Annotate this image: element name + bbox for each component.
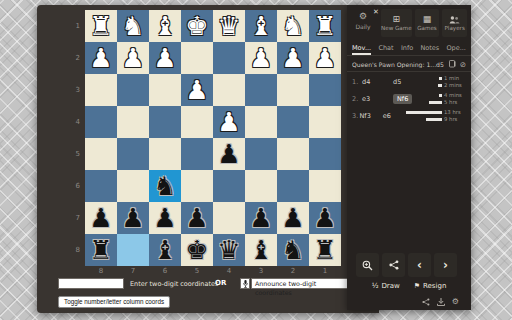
square-d4[interactable]: ♟ bbox=[213, 106, 245, 138]
piece-black-bishop[interactable]: ♝ bbox=[249, 234, 272, 266]
board-panel: 12345678 ♜♞♝♚♛♝♞♜♟♟♟♟♟♟♟♟♟♞♟♟♟♟♟♟♟♜♝♚♛♝♞… bbox=[37, 5, 379, 313]
file-label: 7 bbox=[117, 267, 149, 275]
square-c2[interactable]: ♟ bbox=[245, 42, 277, 74]
chevron-right-icon: › bbox=[443, 259, 448, 271]
square-b1[interactable]: ♞ bbox=[277, 10, 309, 42]
square-h3[interactable] bbox=[85, 74, 117, 106]
rank-label: 6 bbox=[68, 170, 80, 202]
games-button[interactable]: ▦ Games bbox=[415, 9, 440, 37]
chevron-left-icon: ‹ bbox=[417, 259, 422, 271]
square-g2[interactable]: ♟ bbox=[117, 42, 149, 74]
square-b2[interactable]: ♟ bbox=[277, 42, 309, 74]
new-game-button[interactable]: ⊞ New Game bbox=[381, 9, 412, 37]
time-bar bbox=[406, 111, 442, 114]
piece-white-knight[interactable]: ♞ bbox=[121, 10, 144, 42]
square-a4[interactable] bbox=[309, 106, 341, 138]
square-f6[interactable]: ♞ bbox=[149, 170, 181, 202]
square-g7[interactable]: ♟ bbox=[117, 202, 149, 234]
piece-white-pawn[interactable]: ♟ bbox=[185, 74, 208, 106]
file-label: 3 bbox=[245, 267, 277, 275]
square-f3[interactable] bbox=[149, 74, 181, 106]
coordinate-input[interactable] bbox=[58, 278, 124, 289]
time-label: 4 mins bbox=[444, 92, 466, 98]
black-move[interactable]: d5 bbox=[393, 78, 424, 86]
piece-black-king[interactable]: ♚ bbox=[185, 234, 208, 266]
piece-black-pawn[interactable]: ♟ bbox=[249, 202, 272, 234]
square-a7[interactable]: ♟ bbox=[309, 202, 341, 234]
piece-black-knight[interactable]: ♞ bbox=[281, 234, 304, 266]
file-label: 2 bbox=[277, 267, 309, 275]
square-d8[interactable]: ♛ bbox=[213, 234, 245, 266]
square-d3[interactable] bbox=[213, 74, 245, 106]
opening-header: Queen's Pawn Opening: 1...d5 2.e3 ... ⊘ bbox=[347, 57, 471, 72]
tab-notes[interactable]: Notes bbox=[420, 41, 439, 55]
piece-white-rook[interactable]: ♜ bbox=[89, 10, 112, 42]
square-a6[interactable] bbox=[309, 170, 341, 202]
or-label: OR bbox=[215, 279, 226, 287]
close-icon[interactable]: ✕ bbox=[373, 8, 379, 16]
square-b8[interactable]: ♞ bbox=[277, 234, 309, 266]
square-c3[interactable] bbox=[245, 74, 277, 106]
square-g1[interactable]: ♞ bbox=[117, 10, 149, 42]
square-g3[interactable] bbox=[117, 74, 149, 106]
square-b5[interactable] bbox=[277, 138, 309, 170]
black-move[interactable]: Nf6 bbox=[393, 95, 424, 103]
games-grid-icon: ▦ bbox=[423, 15, 432, 24]
rank-label: 5 bbox=[68, 138, 80, 170]
square-e7[interactable]: ♟ bbox=[181, 202, 213, 234]
top-nav: ⊞ New Game ▦ Games Players bbox=[381, 9, 467, 37]
share-game-icon[interactable] bbox=[422, 298, 430, 306]
sidebar: ⚙ Daily ✕ ⊞ New Game ▦ Games Players Mov… bbox=[347, 5, 471, 310]
square-e5[interactable] bbox=[181, 138, 213, 170]
square-b6[interactable] bbox=[277, 170, 309, 202]
square-h5[interactable] bbox=[85, 138, 117, 170]
square-e2[interactable] bbox=[181, 42, 213, 74]
rank-label: 3 bbox=[68, 74, 80, 106]
microphone-button[interactable] bbox=[240, 278, 250, 289]
move-row: 2.e3Nf64 mins5 hrs bbox=[347, 90, 471, 107]
piece-white-pawn[interactable]: ♟ bbox=[121, 42, 144, 74]
white-move[interactable]: e3 bbox=[362, 95, 393, 103]
square-h7[interactable]: ♟ bbox=[85, 202, 117, 234]
piece-white-pawn[interactable]: ♟ bbox=[281, 42, 304, 74]
bottom-buttons: ‹ › bbox=[356, 253, 457, 277]
no-entry-icon[interactable]: ⊘ bbox=[460, 60, 466, 69]
square-f5[interactable] bbox=[149, 138, 181, 170]
piece-black-pawn[interactable]: ♟ bbox=[121, 202, 144, 234]
time-bar bbox=[438, 84, 442, 87]
square-f1[interactable]: ♝ bbox=[149, 10, 181, 42]
move-number: 1. bbox=[352, 78, 362, 86]
rank-label: 2 bbox=[68, 42, 80, 74]
previous-move-button[interactable]: ‹ bbox=[408, 253, 431, 277]
flag-icon: ⚑ bbox=[414, 282, 420, 290]
chess-board[interactable]: ♜♞♝♚♛♝♞♜♟♟♟♟♟♟♟♟♟♞♟♟♟♟♟♟♟♜♝♚♛♝♞♜ bbox=[85, 10, 341, 266]
book-icon[interactable] bbox=[449, 60, 456, 68]
move-times: 1 min2 mins bbox=[424, 75, 466, 89]
square-e3[interactable]: ♟ bbox=[181, 74, 213, 106]
resign-button[interactable]: ⚑ Resign bbox=[414, 282, 447, 290]
next-move-button[interactable]: › bbox=[434, 253, 457, 277]
square-e8[interactable]: ♚ bbox=[181, 234, 213, 266]
move-times: 13 hrs9 hrs bbox=[406, 109, 466, 123]
square-c8[interactable]: ♝ bbox=[245, 234, 277, 266]
share-icon bbox=[389, 260, 399, 270]
square-a2[interactable]: ♟ bbox=[309, 42, 341, 74]
piece-white-queen[interactable]: ♛ bbox=[217, 10, 240, 42]
piece-white-rook[interactable]: ♜ bbox=[313, 10, 336, 42]
square-b7[interactable]: ♟ bbox=[277, 202, 309, 234]
piece-black-bishop[interactable]: ♝ bbox=[153, 234, 176, 266]
move-times: 4 mins5 hrs bbox=[424, 92, 466, 106]
time-bar bbox=[439, 94, 442, 97]
rank-label: 1 bbox=[68, 10, 80, 42]
square-h4[interactable] bbox=[85, 106, 117, 138]
gear-sun-icon: ⚙ bbox=[352, 11, 374, 21]
square-e4[interactable] bbox=[181, 106, 213, 138]
square-a8[interactable]: ♜ bbox=[309, 234, 341, 266]
resign-label: Resign bbox=[423, 282, 446, 290]
rank-label: 4 bbox=[68, 106, 80, 138]
move-row: 3.Nf3e613 hrs9 hrs bbox=[347, 107, 471, 124]
square-c7[interactable]: ♟ bbox=[245, 202, 277, 234]
microphone-icon bbox=[243, 280, 248, 288]
new-game-label: New Game bbox=[381, 25, 412, 31]
opening-name: Queen's Pawn Opening: 1...d5 2.e3 ... bbox=[352, 61, 445, 68]
square-d5[interactable]: ♟ bbox=[213, 138, 245, 170]
analysis-button[interactable] bbox=[356, 253, 379, 277]
file-label: 5 bbox=[181, 267, 213, 275]
time-bar bbox=[426, 118, 442, 121]
square-d1[interactable]: ♛ bbox=[213, 10, 245, 42]
new-game-icon: ⊞ bbox=[393, 15, 401, 24]
draw-button[interactable]: ½ Draw bbox=[372, 282, 400, 290]
square-d6[interactable] bbox=[213, 170, 245, 202]
download-icon[interactable] bbox=[437, 298, 445, 306]
square-g6[interactable] bbox=[117, 170, 149, 202]
white-move[interactable]: Nf3 bbox=[360, 112, 383, 120]
piece-white-pawn[interactable]: ♟ bbox=[313, 42, 336, 74]
file-label: 4 bbox=[213, 267, 245, 275]
draw-label: Draw bbox=[381, 282, 399, 290]
white-move[interactable]: d4 bbox=[362, 78, 393, 86]
time-label: 2 mins bbox=[444, 82, 466, 88]
square-a3[interactable] bbox=[309, 74, 341, 106]
piece-white-pawn[interactable]: ♟ bbox=[153, 42, 176, 74]
piece-black-pawn[interactable]: ♟ bbox=[281, 202, 304, 234]
file-label: 1 bbox=[309, 267, 341, 275]
square-c6[interactable] bbox=[245, 170, 277, 202]
square-h1[interactable]: ♜ bbox=[85, 10, 117, 42]
tab-chat[interactable]: Chat bbox=[378, 41, 393, 55]
square-h2[interactable]: ♟ bbox=[85, 42, 117, 74]
time-label: 9 hrs bbox=[444, 116, 466, 122]
square-g5[interactable] bbox=[117, 138, 149, 170]
footer-icons: ⚙ bbox=[422, 297, 459, 306]
enter-coordinates-label: Enter two-digit coordinates bbox=[130, 280, 218, 288]
square-b3[interactable] bbox=[277, 74, 309, 106]
piece-black-pawn[interactable]: ♟ bbox=[89, 202, 112, 234]
square-f4[interactable] bbox=[149, 106, 181, 138]
square-f7[interactable]: ♟ bbox=[149, 202, 181, 234]
time-label: 13 hrs bbox=[444, 109, 466, 115]
magnifier-plus-icon bbox=[362, 260, 373, 271]
settings-gear-icon[interactable]: ⚙ bbox=[452, 297, 459, 306]
games-label: Games bbox=[417, 25, 437, 31]
daily-label: Daily bbox=[352, 23, 374, 30]
time-bar bbox=[429, 101, 442, 104]
black-move[interactable]: e6 bbox=[383, 112, 406, 120]
players-button[interactable]: Players bbox=[442, 9, 467, 37]
square-e6[interactable] bbox=[181, 170, 213, 202]
piece-black-rook[interactable]: ♜ bbox=[89, 234, 112, 266]
announce-coordinates-button[interactable]: Announce two-digit coordinates bbox=[251, 278, 351, 289]
time-label: 1 min bbox=[444, 75, 466, 81]
square-d2[interactable] bbox=[213, 42, 245, 74]
time-bar bbox=[439, 77, 442, 80]
move-number: 2. bbox=[352, 95, 362, 103]
half-point-icon: ½ bbox=[372, 282, 379, 290]
piece-black-pawn[interactable]: ♟ bbox=[217, 138, 240, 170]
file-labels: 87654321 bbox=[85, 267, 341, 275]
rank-label: 7 bbox=[68, 202, 80, 234]
daily-mode[interactable]: ⚙ Daily bbox=[352, 11, 374, 30]
square-h6[interactable] bbox=[85, 170, 117, 202]
file-label: 8 bbox=[85, 267, 117, 275]
players-label: Players bbox=[445, 25, 465, 31]
piece-white-pawn[interactable]: ♟ bbox=[217, 106, 240, 138]
square-b4[interactable] bbox=[277, 106, 309, 138]
square-c5[interactable] bbox=[245, 138, 277, 170]
tab-moves[interactable]: Mov... bbox=[352, 41, 371, 55]
square-f8[interactable]: ♝ bbox=[149, 234, 181, 266]
square-a1[interactable]: ♜ bbox=[309, 10, 341, 42]
tab-openings[interactable]: Ope... bbox=[447, 41, 466, 55]
tab-info[interactable]: Info bbox=[401, 41, 413, 55]
rank-labels: 12345678 bbox=[68, 10, 80, 266]
square-c4[interactable] bbox=[245, 106, 277, 138]
piece-white-bishop[interactable]: ♝ bbox=[249, 10, 272, 42]
share-button[interactable] bbox=[382, 253, 405, 277]
piece-black-queen[interactable]: ♛ bbox=[217, 234, 240, 266]
move-number: 3. bbox=[352, 112, 360, 120]
square-h8[interactable]: ♜ bbox=[85, 234, 117, 266]
square-g8[interactable] bbox=[117, 234, 149, 266]
square-e1[interactable]: ♚ bbox=[181, 10, 213, 42]
piece-white-knight[interactable]: ♞ bbox=[281, 10, 304, 42]
square-c1[interactable]: ♝ bbox=[245, 10, 277, 42]
piece-white-pawn[interactable]: ♟ bbox=[89, 42, 112, 74]
toggle-coords-button[interactable]: Toggle number/letter column coords bbox=[58, 296, 170, 308]
square-f2[interactable]: ♟ bbox=[149, 42, 181, 74]
piece-black-pawn[interactable]: ♟ bbox=[153, 202, 176, 234]
move-row: 1.d4d51 min2 mins bbox=[347, 73, 471, 90]
piece-black-pawn[interactable]: ♟ bbox=[185, 202, 208, 234]
move-list: 1.d4d51 min2 mins2.e3Nf64 mins5 hrs3.Nf3… bbox=[347, 73, 471, 124]
square-d7[interactable] bbox=[213, 202, 245, 234]
game-actions: ½ Draw ⚑ Resign bbox=[347, 282, 471, 290]
piece-white-king[interactable]: ♚ bbox=[185, 10, 208, 42]
square-g4[interactable] bbox=[117, 106, 149, 138]
piece-white-pawn[interactable]: ♟ bbox=[249, 42, 272, 74]
time-label: 5 hrs bbox=[444, 99, 466, 105]
tab-bar: Mov... Chat Info Notes Ope... bbox=[347, 41, 471, 56]
piece-black-knight[interactable]: ♞ bbox=[153, 170, 176, 202]
players-icon bbox=[449, 16, 460, 24]
piece-white-bishop[interactable]: ♝ bbox=[153, 10, 176, 42]
square-a5[interactable] bbox=[309, 138, 341, 170]
piece-black-pawn[interactable]: ♟ bbox=[313, 202, 336, 234]
rank-label: 8 bbox=[68, 234, 80, 266]
file-label: 6 bbox=[149, 267, 181, 275]
piece-black-rook[interactable]: ♜ bbox=[313, 234, 336, 266]
